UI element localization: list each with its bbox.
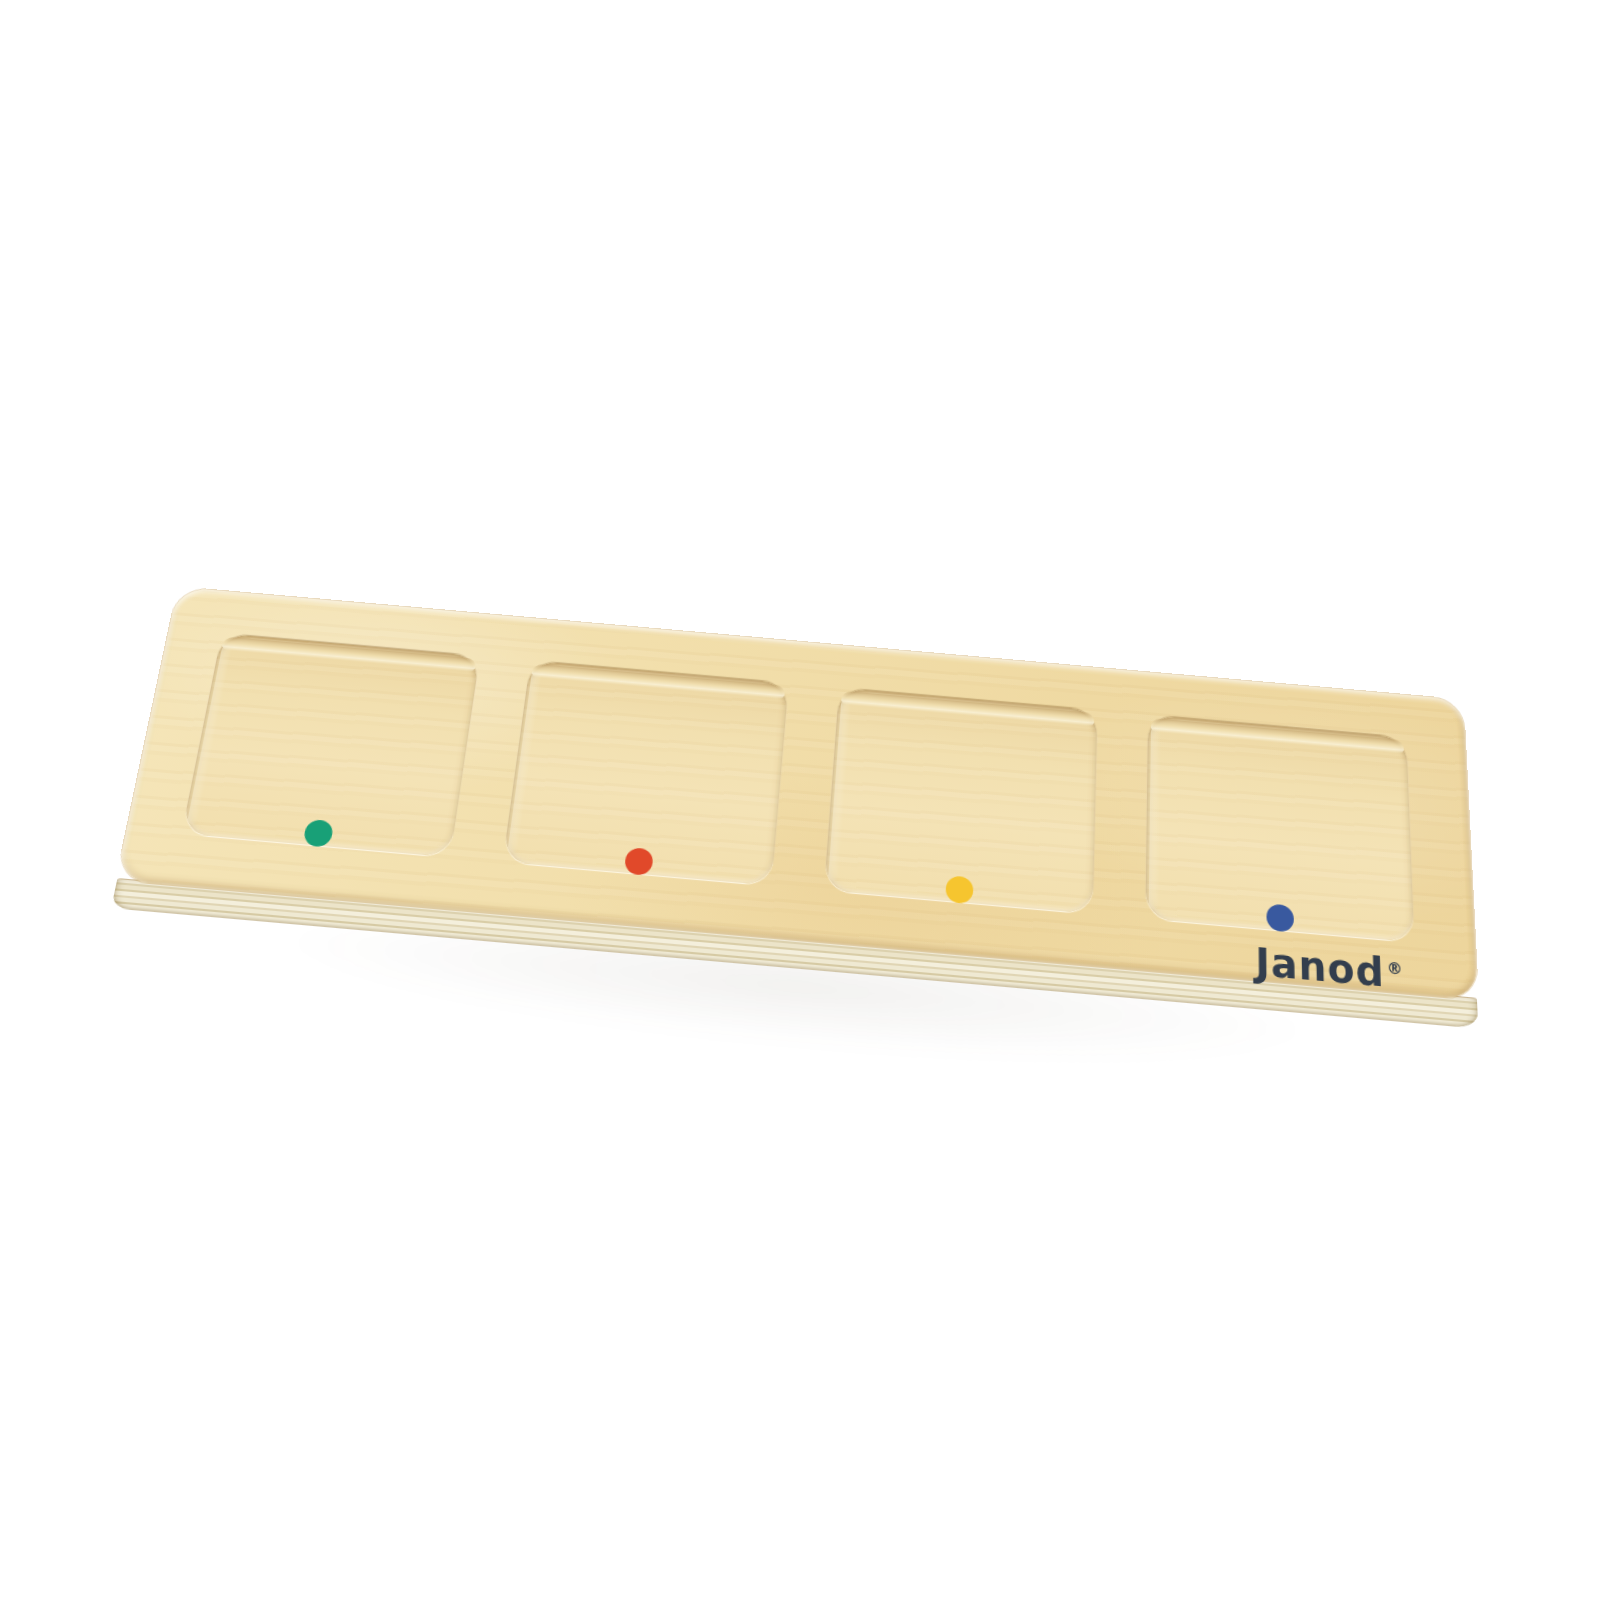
yellow-dot-marker — [945, 875, 974, 904]
product-photo-scene: Janod® — [0, 0, 1600, 1600]
red-dot-marker — [623, 847, 653, 876]
compartment-3[interactable] — [824, 688, 1097, 914]
compartment-1[interactable] — [182, 633, 480, 857]
registered-mark: ® — [1386, 958, 1404, 978]
blue-dot-marker — [1266, 903, 1294, 932]
compartment-4[interactable] — [1145, 715, 1414, 942]
green-dot-marker — [302, 819, 334, 848]
compartment-2[interactable] — [503, 661, 789, 886]
compartment-grid — [182, 633, 1415, 942]
